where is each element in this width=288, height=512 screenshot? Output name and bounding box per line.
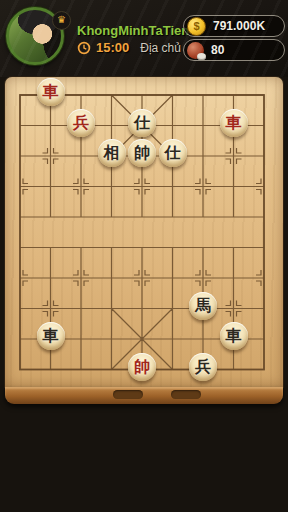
piece-character: 仕: [165, 145, 181, 161]
piece-character: 車: [43, 328, 59, 344]
piece-character: 兵: [73, 115, 89, 131]
piece-character: 車: [226, 115, 242, 131]
crown-icon: ♛: [52, 11, 71, 30]
gold-balance-value: 791.000K: [213, 19, 265, 33]
red-piece-icon: [187, 42, 204, 59]
piece-black-車[interactable]: 車: [37, 322, 65, 350]
top-player-name: KhongMinhTaTien: [77, 23, 189, 38]
piece-red-車[interactable]: 車: [220, 109, 248, 137]
bottom-player-bar: ●●● KhongMinhTaTien Kỳ thủ 15:00 ♛: [0, 404, 288, 462]
game-screen: ♛ KhongMinhTaTien 15:00 Địa chủ $ 791.00…: [0, 0, 288, 512]
piece-black-馬[interactable]: 馬: [189, 292, 217, 320]
piece-character: 馬: [195, 298, 211, 314]
piece-black-車[interactable]: 車: [220, 322, 248, 350]
gold-balance-pill[interactable]: $ 791.000K: [183, 15, 285, 37]
piece-black-仕[interactable]: 仕: [128, 109, 156, 137]
clock-icon: [77, 41, 91, 55]
piece-black-相[interactable]: 相: [98, 139, 126, 167]
piece-black-仕[interactable]: 仕: [159, 139, 187, 167]
top-player-role: Địa chủ: [140, 41, 181, 55]
board-foot: [113, 390, 143, 399]
piece-character: 帥: [134, 145, 150, 161]
item-balance-pill[interactable]: 80: [183, 39, 285, 61]
piece-character: 車: [226, 328, 242, 344]
piece-red-車[interactable]: 車: [37, 78, 65, 106]
piece-red-兵[interactable]: 兵: [67, 109, 95, 137]
board-front-edge: [5, 387, 283, 404]
item-balance-value: 80: [211, 43, 224, 57]
logo-bar: zingplay Cờ Tướng: [0, 462, 288, 512]
top-player-timer: 15:00: [96, 40, 129, 55]
piece-character: 仕: [134, 115, 150, 131]
top-player-bar: ♛ KhongMinhTaTien 15:00 Địa chủ $ 791.00…: [0, 0, 288, 77]
piece-black-帥[interactable]: 帥: [128, 139, 156, 167]
piece-black-兵[interactable]: 兵: [189, 353, 217, 381]
piece-red-帥[interactable]: 帥: [128, 353, 156, 381]
piece-character: 兵: [195, 359, 211, 375]
board-foot: [171, 390, 201, 399]
piece-character: 車: [43, 84, 59, 100]
piece-character: 相: [104, 145, 120, 161]
gold-coin-icon: $: [187, 17, 206, 36]
piece-character: 帥: [134, 359, 150, 375]
